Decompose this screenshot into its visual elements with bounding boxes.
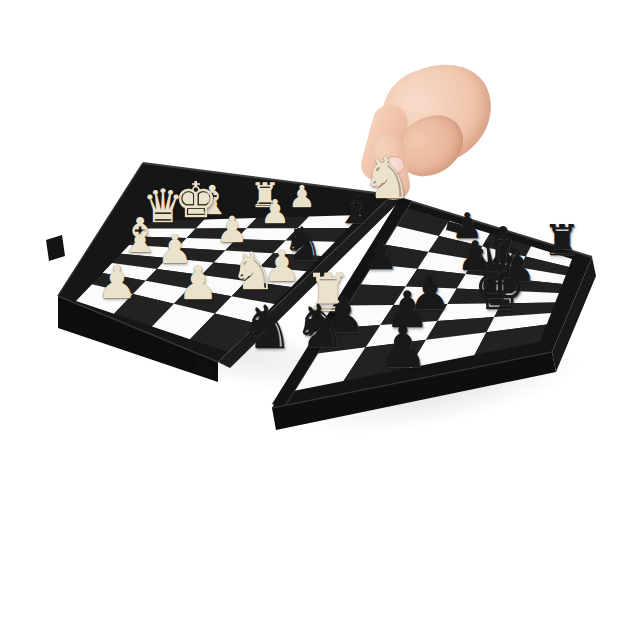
piece-black-pawn-f8[interactable]: ♟	[366, 319, 440, 376]
piece-black-knight-d8[interactable]: ♞	[228, 297, 306, 357]
piece-white-pawn-a8[interactable]: ♟	[87, 260, 146, 306]
product-photo-scene: ♟♜♝♚♟♛♝♟♟♝♜♞♟♝♟♟♟♟♛♞♟♟♟♚♜♟♟♞♞♟♞	[0, 0, 625, 625]
piece-black-bishop-e1[interactable]: ♝	[328, 188, 383, 230]
case-left-clasp-tab	[46, 235, 65, 261]
piece-white-pawn-c7[interactable]: ♟	[168, 261, 228, 307]
piece-black-king-g6[interactable]: ♚	[461, 258, 539, 318]
piece-white-knight-d6[interactable]: ♞	[219, 245, 287, 297]
